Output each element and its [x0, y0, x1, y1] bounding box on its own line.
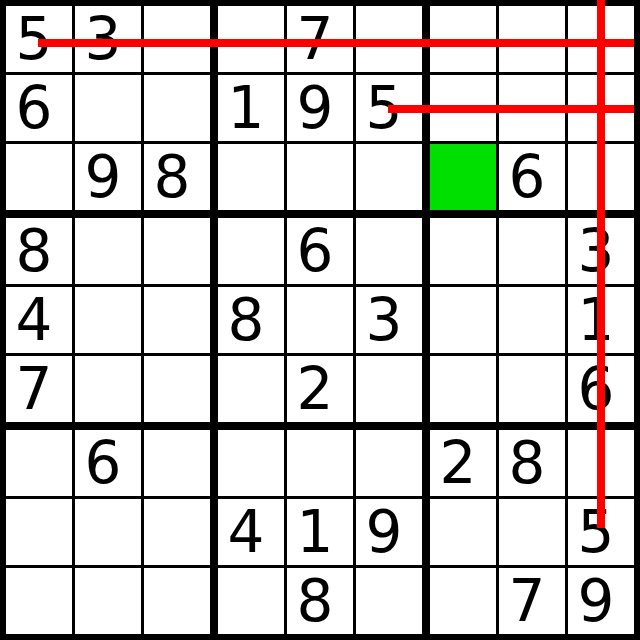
- cell-r1c2[interactable]: 3: [75, 6, 144, 75]
- cell-r4c6[interactable]: [356, 218, 430, 287]
- cell-r7c7[interactable]: 2: [430, 430, 499, 499]
- cell-r8c2[interactable]: [75, 499, 144, 568]
- given-digit: 6: [297, 222, 334, 280]
- cell-r2c5[interactable]: 9: [287, 75, 356, 144]
- cell-r6c3[interactable]: [144, 356, 218, 430]
- given-digit: 3: [578, 222, 615, 280]
- cell-r3c4[interactable]: [218, 144, 287, 218]
- cell-r9c4[interactable]: [218, 568, 287, 634]
- cell-r5c2[interactable]: [75, 287, 144, 356]
- given-digit: 6: [578, 360, 615, 418]
- highlighted-cell[interactable]: [430, 144, 499, 218]
- given-digit: 4: [16, 291, 53, 349]
- cell-r9c9[interactable]: 9: [568, 568, 634, 634]
- given-digit: 5: [16, 10, 53, 68]
- cell-r5c6[interactable]: 3: [356, 287, 430, 356]
- cell-r7c8[interactable]: 8: [499, 430, 568, 499]
- cell-r2c1[interactable]: 6: [6, 75, 75, 144]
- cell-r1c3[interactable]: [144, 6, 218, 75]
- cell-r8c7[interactable]: [430, 499, 499, 568]
- cell-r5c3[interactable]: [144, 287, 218, 356]
- given-digit: 9: [578, 572, 615, 630]
- given-digit: 8: [154, 148, 191, 206]
- given-digit: 3: [85, 10, 122, 68]
- given-digit: 2: [297, 360, 334, 418]
- cell-r6c5[interactable]: 2: [287, 356, 356, 430]
- given-digit: 5: [578, 503, 615, 561]
- given-digit: 8: [509, 434, 546, 492]
- cell-r2c8[interactable]: [499, 75, 568, 144]
- cell-r8c5[interactable]: 1: [287, 499, 356, 568]
- cell-r5c8[interactable]: [499, 287, 568, 356]
- cell-r2c9[interactable]: [568, 75, 634, 144]
- cell-r2c3[interactable]: [144, 75, 218, 144]
- given-digit: 7: [16, 360, 53, 418]
- given-digit: 8: [297, 572, 334, 630]
- cell-r9c7[interactable]: [430, 568, 499, 634]
- cell-r1c8[interactable]: [499, 6, 568, 75]
- cell-r4c1[interactable]: 8: [6, 218, 75, 287]
- cell-r3c3[interactable]: 8: [144, 144, 218, 218]
- cell-r4c7[interactable]: [430, 218, 499, 287]
- given-digit: 8: [228, 291, 265, 349]
- cell-r2c6[interactable]: 5: [356, 75, 430, 144]
- given-digit: 7: [297, 10, 334, 68]
- given-digit: 3: [366, 291, 403, 349]
- cell-r8c1[interactable]: [6, 499, 75, 568]
- given-digit: 1: [297, 503, 334, 561]
- given-digit: 9: [366, 503, 403, 561]
- cell-r6c4[interactable]: [218, 356, 287, 430]
- cell-r7c6[interactable]: [356, 430, 430, 499]
- cell-r4c4[interactable]: [218, 218, 287, 287]
- cell-r1c9[interactable]: [568, 6, 634, 75]
- cell-r6c9[interactable]: 6: [568, 356, 634, 430]
- cell-r7c4[interactable]: [218, 430, 287, 499]
- given-digit: 6: [85, 434, 122, 492]
- cell-r4c2[interactable]: [75, 218, 144, 287]
- cell-r7c3[interactable]: [144, 430, 218, 499]
- given-digit: 9: [297, 79, 334, 137]
- given-digit: 7: [509, 572, 546, 630]
- cell-r5c5[interactable]: [287, 287, 356, 356]
- cell-r7c2[interactable]: 6: [75, 430, 144, 499]
- cell-r9c5[interactable]: 8: [287, 568, 356, 634]
- cell-r4c8[interactable]: [499, 218, 568, 287]
- cell-r1c1[interactable]: 5: [6, 6, 75, 75]
- cell-r9c8[interactable]: 7: [499, 568, 568, 634]
- cell-r7c5[interactable]: [287, 430, 356, 499]
- cell-r8c9[interactable]: 5: [568, 499, 634, 568]
- cell-r8c6[interactable]: 9: [356, 499, 430, 568]
- cell-r2c4[interactable]: 1: [218, 75, 287, 144]
- sudoku-diagram: 537619598686348317266284195879: [0, 0, 640, 640]
- cell-r4c3[interactable]: [144, 218, 218, 287]
- cell-r1c7[interactable]: [430, 6, 499, 75]
- cell-r5c1[interactable]: 4: [6, 287, 75, 356]
- cell-r3c5[interactable]: [287, 144, 356, 218]
- given-digit: 1: [228, 79, 265, 137]
- cell-r6c8[interactable]: [499, 356, 568, 430]
- cell-r8c4[interactable]: 4: [218, 499, 287, 568]
- cell-r4c9[interactable]: 3: [568, 218, 634, 287]
- sudoku-board: 537619598686348317266284195879: [0, 0, 640, 640]
- cell-r3c6[interactable]: [356, 144, 430, 218]
- cell-r8c3[interactable]: [144, 499, 218, 568]
- cell-r9c1[interactable]: [6, 568, 75, 634]
- given-digit: 9: [85, 148, 122, 206]
- cell-r8c8[interactable]: [499, 499, 568, 568]
- cell-r9c6[interactable]: [356, 568, 430, 634]
- given-digit: 2: [440, 434, 477, 492]
- given-digit: 6: [509, 148, 546, 206]
- cell-r9c3[interactable]: [144, 568, 218, 634]
- cell-r5c4[interactable]: 8: [218, 287, 287, 356]
- cell-r4c5[interactable]: 6: [287, 218, 356, 287]
- cell-r3c9[interactable]: [568, 144, 634, 218]
- cell-r7c9[interactable]: [568, 430, 634, 499]
- given-digit: 4: [228, 503, 265, 561]
- cell-r5c7[interactable]: [430, 287, 499, 356]
- cell-r3c8[interactable]: 6: [499, 144, 568, 218]
- cell-r6c7[interactable]: [430, 356, 499, 430]
- cell-r9c2[interactable]: [75, 568, 144, 634]
- given-digit: 8: [16, 222, 53, 280]
- cell-r1c4[interactable]: [218, 6, 287, 75]
- cell-r2c2[interactable]: [75, 75, 144, 144]
- given-digit: 6: [16, 79, 53, 137]
- given-digit: 1: [578, 291, 615, 349]
- cell-r6c6[interactable]: [356, 356, 430, 430]
- cell-r2c7[interactable]: [430, 75, 499, 144]
- cell-r3c2[interactable]: 9: [75, 144, 144, 218]
- given-digit: 5: [366, 79, 403, 137]
- cell-r5c9[interactable]: 1: [568, 287, 634, 356]
- cell-r3c1[interactable]: [6, 144, 75, 218]
- cell-r6c1[interactable]: 7: [6, 356, 75, 430]
- cell-r1c5[interactable]: 7: [287, 6, 356, 75]
- cell-r7c1[interactable]: [6, 430, 75, 499]
- cell-r1c6[interactable]: [356, 6, 430, 75]
- cell-r6c2[interactable]: [75, 356, 144, 430]
